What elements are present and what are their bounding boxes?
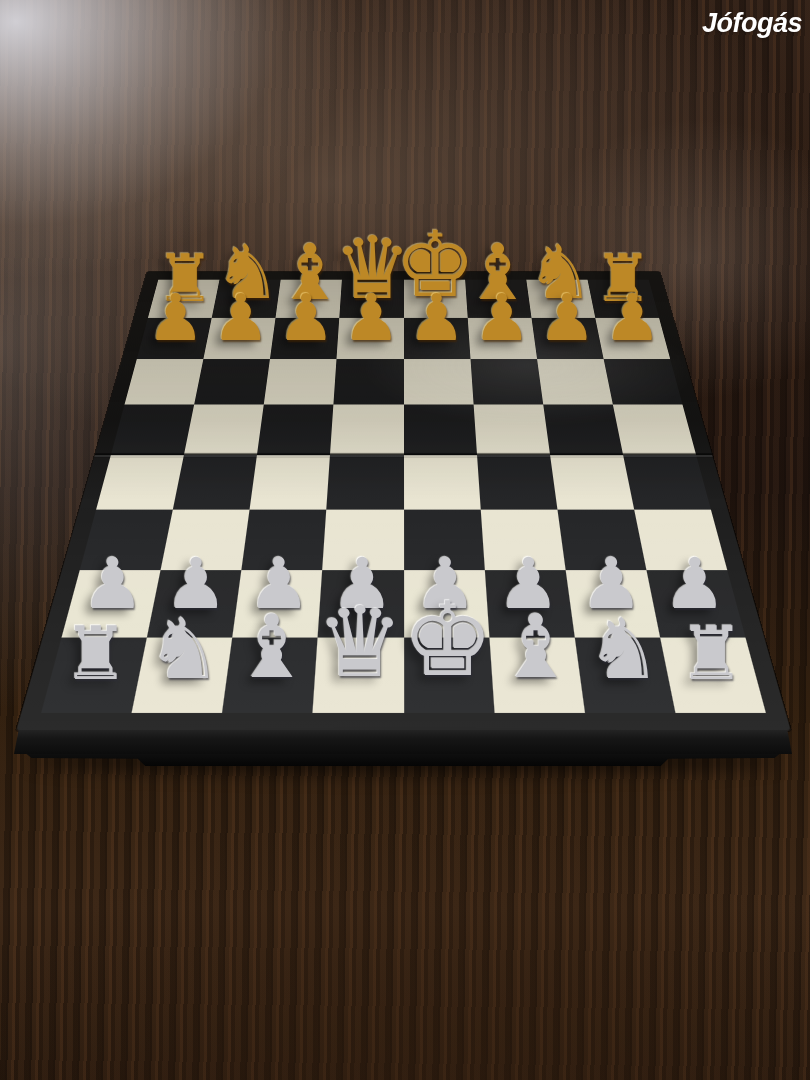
square-c8 — [276, 280, 342, 318]
square-d8 — [340, 280, 404, 318]
square-f4 — [477, 455, 558, 510]
square-b6 — [194, 359, 270, 404]
square-h5 — [613, 405, 696, 455]
chess-board — [16, 272, 791, 731]
square-e6 — [404, 359, 474, 404]
square-d6 — [334, 359, 404, 404]
square-b5 — [184, 405, 264, 455]
square-e2 — [404, 570, 489, 637]
square-e3 — [404, 509, 485, 570]
square-c1 — [222, 637, 318, 713]
square-h3 — [634, 509, 727, 570]
square-g4 — [550, 455, 634, 510]
square-d1 — [313, 637, 404, 713]
square-f1 — [489, 637, 585, 713]
square-d4 — [327, 455, 404, 510]
square-c5 — [257, 405, 333, 455]
square-h6 — [604, 359, 683, 404]
square-a5 — [111, 405, 194, 455]
square-d5 — [330, 405, 403, 455]
square-c3 — [242, 509, 327, 570]
board-squares — [41, 280, 766, 713]
square-a8 — [148, 280, 220, 318]
square-a2 — [62, 570, 161, 637]
square-e4 — [404, 455, 481, 510]
square-f2 — [484, 570, 574, 637]
square-f6 — [470, 359, 543, 404]
table-background: Jófogás ♜♞♝♛♚♝♞♜♟♟♟♟♟♟♟♟♟♟♟♟♟♟♟♟♜♞♝♛♚♝♞♜ — [0, 0, 810, 1080]
square-b2 — [147, 570, 242, 637]
board-front-edge — [14, 730, 792, 754]
square-d2 — [318, 570, 403, 637]
square-g1 — [574, 637, 675, 713]
watermark: Jófogás — [702, 8, 802, 39]
square-h1 — [660, 637, 766, 713]
square-a6 — [124, 359, 203, 404]
square-b4 — [173, 455, 257, 510]
square-d7 — [337, 318, 404, 360]
square-g3 — [557, 509, 646, 570]
square-h7 — [595, 318, 670, 360]
square-g2 — [565, 570, 660, 637]
square-f7 — [467, 318, 537, 360]
square-b1 — [132, 637, 233, 713]
square-c2 — [233, 570, 323, 637]
square-g6 — [537, 359, 613, 404]
square-g5 — [543, 405, 623, 455]
square-b7 — [203, 318, 275, 360]
square-a7 — [137, 318, 212, 360]
square-g7 — [531, 318, 603, 360]
square-h4 — [623, 455, 711, 510]
square-g8 — [526, 280, 595, 318]
square-e5 — [404, 405, 477, 455]
square-b3 — [161, 509, 250, 570]
square-f8 — [465, 280, 531, 318]
square-f5 — [473, 405, 549, 455]
square-h8 — [587, 280, 659, 318]
square-c4 — [250, 455, 331, 510]
square-c6 — [264, 359, 337, 404]
board-hinge-fold — [94, 452, 712, 457]
square-e8 — [404, 280, 468, 318]
square-a3 — [80, 509, 173, 570]
square-c7 — [270, 318, 340, 360]
square-a1 — [41, 637, 147, 713]
square-f3 — [480, 509, 565, 570]
square-h2 — [646, 570, 745, 637]
square-e7 — [404, 318, 471, 360]
square-a4 — [96, 455, 184, 510]
square-d3 — [323, 509, 404, 570]
square-b8 — [212, 280, 281, 318]
square-e1 — [404, 637, 495, 713]
